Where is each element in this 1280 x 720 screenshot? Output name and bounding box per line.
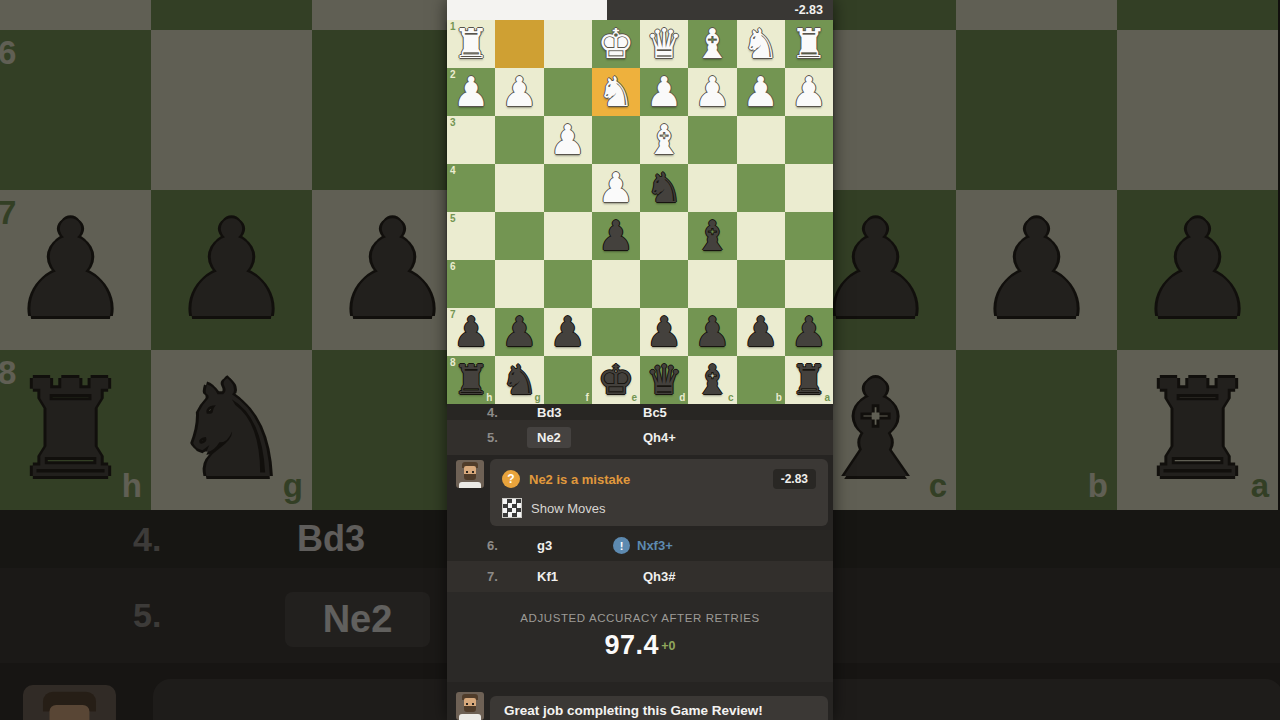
black-knight-g8: ♞: [501, 360, 538, 401]
user-avatar: [456, 460, 484, 488]
white-bishop-c1: ♝: [694, 24, 731, 65]
review-progress-bar: [447, 0, 607, 20]
rank-label-8: 8: [450, 357, 456, 368]
move-white-ne2-selected[interactable]: Ne2: [537, 427, 607, 448]
square-g4[interactable]: [495, 164, 543, 212]
square-c7[interactable]: ♟: [688, 308, 736, 356]
accuracy-section: ADJUSTED ACCURACY AFTER RETRIES 97.4+0: [447, 592, 833, 682]
show-moves-icon: [502, 498, 522, 518]
square-d7[interactable]: ♟: [640, 308, 688, 356]
footer-comment: Great job completing this Game Review!: [447, 682, 833, 720]
square-e8[interactable]: e♚: [592, 356, 640, 404]
white-bishop-d3: ♝: [646, 120, 683, 161]
square-g3[interactable]: [495, 116, 543, 164]
square-c3[interactable]: [688, 116, 736, 164]
square-d5[interactable]: [640, 212, 688, 260]
square-h7[interactable]: 7♟: [447, 308, 495, 356]
black-pawn-h7: ♟: [453, 312, 490, 353]
black-rook-a8: ♜: [790, 360, 827, 401]
square-h2[interactable]: 2♟: [447, 68, 495, 116]
black-bishop-c5: ♝: [694, 216, 731, 257]
move-row-6: 6. g3 ! Nxf3+: [447, 530, 833, 561]
square-g6[interactable]: [495, 260, 543, 308]
mistake-icon: ?: [502, 470, 520, 488]
white-rook-a1: ♜: [790, 24, 827, 65]
square-e7[interactable]: [592, 308, 640, 356]
user-avatar: [456, 692, 484, 720]
white-pawn-c2: ♟: [694, 72, 731, 113]
rank-label-2: 2: [450, 69, 456, 80]
black-pawn-a7: ♟: [790, 312, 827, 353]
rank-label-6: 6: [450, 261, 456, 272]
square-f4[interactable]: [544, 164, 592, 212]
square-e2[interactable]: ♞: [592, 68, 640, 116]
file-label-g: g: [534, 392, 540, 403]
black-king-e8: ♚: [597, 360, 634, 401]
square-b4[interactable]: [737, 164, 785, 212]
square-f7[interactable]: ♟: [544, 308, 592, 356]
white-pawn-f3: ♟: [549, 120, 586, 161]
move-number: 5.: [487, 430, 509, 445]
square-b6[interactable]: [737, 260, 785, 308]
show-moves-label: Show Moves: [531, 501, 605, 516]
black-pawn-b7: ♟: [742, 312, 779, 353]
move-white-kf1[interactable]: Kf1: [537, 569, 607, 584]
rank-label-3: 3: [450, 117, 456, 128]
square-g2[interactable]: ♟: [495, 68, 543, 116]
square-d1[interactable]: ♛: [640, 20, 688, 68]
square-c2[interactable]: ♟: [688, 68, 736, 116]
accuracy-label: ADJUSTED ACCURACY AFTER RETRIES: [447, 592, 833, 624]
square-d3[interactable]: ♝: [640, 116, 688, 164]
square-d8[interactable]: d♛: [640, 356, 688, 404]
file-label-e: e: [631, 392, 637, 403]
square-a3[interactable]: [785, 116, 833, 164]
square-a1[interactable]: ♜: [785, 20, 833, 68]
square-a7[interactable]: ♟: [785, 308, 833, 356]
black-pawn-g7: ♟: [501, 312, 538, 353]
square-f3[interactable]: ♟: [544, 116, 592, 164]
white-pawn-e4: ♟: [597, 168, 634, 209]
square-f8[interactable]: f: [544, 356, 592, 404]
top-bar: -2.83: [447, 0, 833, 20]
evaluation-badge: -2.83: [773, 469, 816, 489]
square-g8[interactable]: g♞: [495, 356, 543, 404]
move-number: 7.: [487, 569, 509, 584]
chess-board: 1♜♚♛♝♞♜2♟♟♞♟♟♟♟3♟♝4♟♞5♟♝67♟♟♟♟♟♟♟8h♜g♞fe…: [447, 20, 833, 404]
comment-title: Ne2 is a mistake: [529, 472, 630, 487]
move-white-g3[interactable]: g3: [537, 538, 607, 553]
white-pawn-g2: ♟: [501, 72, 538, 113]
game-review-panel: -2.83 1♜♚♛♝♞♜2♟♟♞♟♟♟♟3♟♝4♟♞5♟♝67♟♟♟♟♟♟♟8…: [447, 0, 833, 720]
square-h4[interactable]: 4: [447, 164, 495, 212]
white-queen-d1: ♛: [646, 24, 683, 65]
square-e6[interactable]: [592, 260, 640, 308]
square-f2[interactable]: [544, 68, 592, 116]
move-white-bd3[interactable]: Bd3: [537, 405, 607, 420]
rank-label-7: 7: [450, 309, 456, 320]
square-a6[interactable]: [785, 260, 833, 308]
comment-section: ? Ne2 is a mistake -2.83 Show Moves: [447, 455, 833, 530]
square-d4[interactable]: ♞: [640, 164, 688, 212]
square-a8[interactable]: a♜: [785, 356, 833, 404]
square-c8[interactable]: c♝: [688, 356, 736, 404]
square-a5[interactable]: [785, 212, 833, 260]
white-knight-b1: ♞: [742, 24, 779, 65]
white-pawn-a2: ♟: [790, 72, 827, 113]
square-h5[interactable]: 5: [447, 212, 495, 260]
square-d2[interactable]: ♟: [640, 68, 688, 116]
rank-label-4: 4: [450, 165, 456, 176]
white-pawn-d2: ♟: [646, 72, 683, 113]
move-number: 6.: [487, 538, 509, 553]
square-c1[interactable]: ♝: [688, 20, 736, 68]
white-rook-h1: ♜: [453, 24, 490, 65]
square-e4[interactable]: ♟: [592, 164, 640, 212]
rank-label-5: 5: [450, 213, 456, 224]
square-h6[interactable]: 6: [447, 260, 495, 308]
square-b3[interactable]: [737, 116, 785, 164]
square-g5[interactable]: [495, 212, 543, 260]
show-moves-button[interactable]: Show Moves: [502, 498, 828, 518]
file-label-d: d: [679, 392, 685, 403]
white-knight-e2: ♞: [597, 72, 634, 113]
black-pawn-d7: ♟: [646, 312, 683, 353]
move-black-nxf3[interactable]: ! Nxf3+: [607, 537, 673, 554]
black-pawn-c7: ♟: [694, 312, 731, 353]
black-pawn-f7: ♟: [549, 312, 586, 353]
move-row-4: 4. Bd3 Bc5: [447, 404, 833, 420]
move-black-bc5[interactable]: Bc5: [607, 405, 667, 420]
file-label-b: b: [776, 392, 782, 403]
black-rook-h8: ♜: [453, 360, 490, 401]
square-f1[interactable]: [544, 20, 592, 68]
square-f5[interactable]: [544, 212, 592, 260]
square-b7[interactable]: ♟: [737, 308, 785, 356]
footer-message: Great job completing this Game Review!: [504, 703, 828, 718]
accuracy-value: 97.4: [605, 630, 660, 660]
square-c6[interactable]: [688, 260, 736, 308]
rank-label-1: 1: [450, 21, 456, 32]
move-row-5: 5. Ne2 Qh4+: [447, 420, 833, 455]
footer-panel: Great job completing this Game Review!: [490, 696, 828, 720]
white-king-e1: ♚: [597, 24, 634, 65]
file-label-c: c: [728, 392, 734, 403]
move-row-7: 7. Kf1 Qh3#: [447, 561, 833, 592]
square-f6[interactable]: [544, 260, 592, 308]
great-move-icon: !: [613, 537, 630, 554]
square-c5[interactable]: ♝: [688, 212, 736, 260]
black-knight-d4: ♞: [646, 168, 683, 209]
square-c4[interactable]: [688, 164, 736, 212]
square-g1[interactable]: [495, 20, 543, 68]
move-black-qh3[interactable]: Qh3#: [607, 569, 676, 584]
accuracy-delta: +0: [661, 639, 675, 653]
square-b5[interactable]: [737, 212, 785, 260]
white-pawn-b2: ♟: [742, 72, 779, 113]
move-number: 4.: [487, 405, 509, 420]
square-a2[interactable]: ♟: [785, 68, 833, 116]
square-h8[interactable]: 8h♜: [447, 356, 495, 404]
black-queen-d8: ♛: [646, 360, 683, 401]
file-label-h: h: [486, 392, 492, 403]
square-b2[interactable]: ♟: [737, 68, 785, 116]
square-d6[interactable]: [640, 260, 688, 308]
file-label-f: f: [585, 392, 588, 403]
square-e3[interactable]: [592, 116, 640, 164]
black-pawn-e5: ♟: [597, 216, 634, 257]
square-g7[interactable]: ♟: [495, 308, 543, 356]
square-b1[interactable]: ♞: [737, 20, 785, 68]
black-bishop-c8: ♝: [694, 360, 731, 401]
square-b8[interactable]: b: [737, 356, 785, 404]
evaluation-score: -2.83: [795, 0, 824, 20]
square-h3[interactable]: 3: [447, 116, 495, 164]
move-black-qh4[interactable]: Qh4+: [607, 430, 676, 445]
square-a4[interactable]: [785, 164, 833, 212]
comment-panel: ? Ne2 is a mistake -2.83 Show Moves: [490, 459, 828, 526]
square-e5[interactable]: ♟: [592, 212, 640, 260]
square-h1[interactable]: 1♜: [447, 20, 495, 68]
file-label-a: a: [824, 392, 830, 403]
square-e1[interactable]: ♚: [592, 20, 640, 68]
white-pawn-h2: ♟: [453, 72, 490, 113]
